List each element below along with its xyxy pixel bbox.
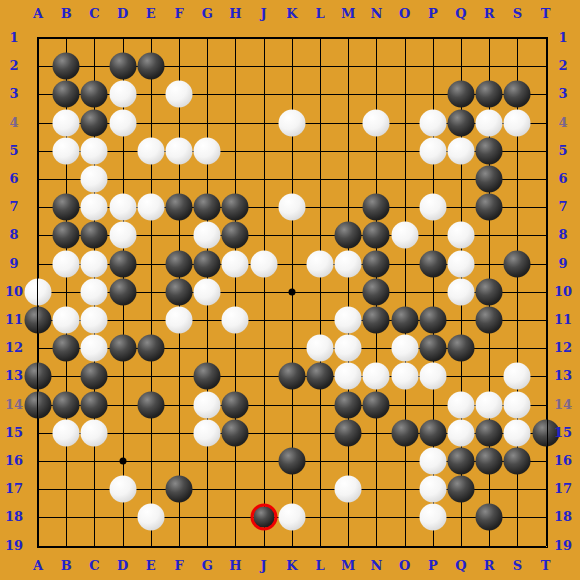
intersection-R7[interactable] xyxy=(475,193,503,221)
intersection-F15[interactable] xyxy=(165,419,193,447)
intersection-J14[interactable] xyxy=(249,390,277,418)
intersection-D9[interactable] xyxy=(108,249,136,277)
intersection-C11[interactable] xyxy=(80,306,108,334)
intersection-J9[interactable] xyxy=(249,249,277,277)
intersection-Q15[interactable] xyxy=(447,419,475,447)
intersection-D12[interactable] xyxy=(108,334,136,362)
intersection-B7[interactable] xyxy=(52,193,80,221)
intersection-P8[interactable] xyxy=(419,221,447,249)
intersection-N2[interactable] xyxy=(362,52,390,80)
intersection-P2[interactable] xyxy=(419,52,447,80)
intersection-S17[interactable] xyxy=(503,475,531,503)
intersection-R1[interactable] xyxy=(475,24,503,52)
intersection-D16[interactable] xyxy=(108,447,136,475)
intersection-D4[interactable] xyxy=(108,108,136,136)
intersection-B5[interactable] xyxy=(52,137,80,165)
intersection-B3[interactable] xyxy=(52,80,80,108)
intersection-E16[interactable] xyxy=(137,447,165,475)
intersection-A15[interactable] xyxy=(24,419,52,447)
intersection-R13[interactable] xyxy=(475,362,503,390)
intersection-S9[interactable] xyxy=(503,249,531,277)
intersection-G2[interactable] xyxy=(193,52,221,80)
intersection-J2[interactable] xyxy=(249,52,277,80)
intersection-O4[interactable] xyxy=(390,108,418,136)
intersection-O11[interactable] xyxy=(390,306,418,334)
intersection-M9[interactable] xyxy=(334,249,362,277)
intersection-A13[interactable] xyxy=(24,362,52,390)
intersection-F7[interactable] xyxy=(165,193,193,221)
intersection-Q3[interactable] xyxy=(447,80,475,108)
intersection-N9[interactable] xyxy=(362,249,390,277)
intersection-O1[interactable] xyxy=(390,24,418,52)
intersection-C19[interactable] xyxy=(80,531,108,559)
intersection-L6[interactable] xyxy=(306,165,334,193)
intersection-F10[interactable] xyxy=(165,278,193,306)
intersection-H2[interactable] xyxy=(221,52,249,80)
intersection-B9[interactable] xyxy=(52,249,80,277)
intersection-G18[interactable] xyxy=(193,503,221,531)
intersection-A16[interactable] xyxy=(24,447,52,475)
intersection-F12[interactable] xyxy=(165,334,193,362)
intersection-P16[interactable] xyxy=(419,447,447,475)
intersection-L11[interactable] xyxy=(306,306,334,334)
intersection-H10[interactable] xyxy=(221,278,249,306)
intersection-B13[interactable] xyxy=(52,362,80,390)
intersection-C9[interactable] xyxy=(80,249,108,277)
intersection-M11[interactable] xyxy=(334,306,362,334)
intersection-O3[interactable] xyxy=(390,80,418,108)
intersection-G7[interactable] xyxy=(193,193,221,221)
intersection-O19[interactable] xyxy=(390,531,418,559)
intersection-M14[interactable] xyxy=(334,390,362,418)
intersection-F16[interactable] xyxy=(165,447,193,475)
intersection-D11[interactable] xyxy=(108,306,136,334)
intersection-A3[interactable] xyxy=(24,80,52,108)
intersection-P17[interactable] xyxy=(419,475,447,503)
intersection-H11[interactable] xyxy=(221,306,249,334)
intersection-J7[interactable] xyxy=(249,193,277,221)
intersection-B17[interactable] xyxy=(52,475,80,503)
intersection-S5[interactable] xyxy=(503,137,531,165)
intersection-L5[interactable] xyxy=(306,137,334,165)
intersection-A14[interactable] xyxy=(24,390,52,418)
intersection-E12[interactable] xyxy=(137,334,165,362)
intersection-P13[interactable] xyxy=(419,362,447,390)
intersection-H14[interactable] xyxy=(221,390,249,418)
intersection-S4[interactable] xyxy=(503,108,531,136)
intersection-H15[interactable] xyxy=(221,419,249,447)
intersection-S1[interactable] xyxy=(503,24,531,52)
intersection-L9[interactable] xyxy=(306,249,334,277)
intersection-E10[interactable] xyxy=(137,278,165,306)
intersection-S12[interactable] xyxy=(503,334,531,362)
intersection-H16[interactable] xyxy=(221,447,249,475)
intersection-L14[interactable] xyxy=(306,390,334,418)
intersection-P14[interactable] xyxy=(419,390,447,418)
intersection-M3[interactable] xyxy=(334,80,362,108)
intersection-L15[interactable] xyxy=(306,419,334,447)
intersection-H3[interactable] xyxy=(221,80,249,108)
intersection-K2[interactable] xyxy=(278,52,306,80)
intersection-F5[interactable] xyxy=(165,137,193,165)
intersection-G9[interactable] xyxy=(193,249,221,277)
intersection-N7[interactable] xyxy=(362,193,390,221)
intersection-K6[interactable] xyxy=(278,165,306,193)
intersection-P5[interactable] xyxy=(419,137,447,165)
intersection-O16[interactable] xyxy=(390,447,418,475)
intersection-R9[interactable] xyxy=(475,249,503,277)
intersection-R15[interactable] xyxy=(475,419,503,447)
intersection-A10[interactable] xyxy=(24,278,52,306)
intersection-E9[interactable] xyxy=(137,249,165,277)
intersection-G13[interactable] xyxy=(193,362,221,390)
intersection-B15[interactable] xyxy=(52,419,80,447)
intersection-L12[interactable] xyxy=(306,334,334,362)
intersection-N6[interactable] xyxy=(362,165,390,193)
intersection-M4[interactable] xyxy=(334,108,362,136)
intersection-L13[interactable] xyxy=(306,362,334,390)
intersection-J17[interactable] xyxy=(249,475,277,503)
intersection-N12[interactable] xyxy=(362,334,390,362)
intersection-D7[interactable] xyxy=(108,193,136,221)
intersection-K19[interactable] xyxy=(278,531,306,559)
intersection-J12[interactable] xyxy=(249,334,277,362)
intersection-G17[interactable] xyxy=(193,475,221,503)
intersection-B16[interactable] xyxy=(52,447,80,475)
intersection-D17[interactable] xyxy=(108,475,136,503)
intersection-M15[interactable] xyxy=(334,419,362,447)
intersection-Q18[interactable] xyxy=(447,503,475,531)
intersection-C6[interactable] xyxy=(80,165,108,193)
intersection-M10[interactable] xyxy=(334,278,362,306)
intersection-A12[interactable] xyxy=(24,334,52,362)
intersection-K5[interactable] xyxy=(278,137,306,165)
intersection-D19[interactable] xyxy=(108,531,136,559)
intersection-R4[interactable] xyxy=(475,108,503,136)
intersection-K1[interactable] xyxy=(278,24,306,52)
intersection-K17[interactable] xyxy=(278,475,306,503)
intersection-O10[interactable] xyxy=(390,278,418,306)
intersection-F17[interactable] xyxy=(165,475,193,503)
intersection-C12[interactable] xyxy=(80,334,108,362)
intersection-D2[interactable] xyxy=(108,52,136,80)
intersection-G15[interactable] xyxy=(193,419,221,447)
intersection-M7[interactable] xyxy=(334,193,362,221)
intersection-A18[interactable] xyxy=(24,503,52,531)
intersection-L17[interactable] xyxy=(306,475,334,503)
intersection-L8[interactable] xyxy=(306,221,334,249)
intersection-R2[interactable] xyxy=(475,52,503,80)
intersection-K16[interactable] xyxy=(278,447,306,475)
intersection-G6[interactable] xyxy=(193,165,221,193)
intersection-F4[interactable] xyxy=(165,108,193,136)
intersection-J11[interactable] xyxy=(249,306,277,334)
intersection-E18[interactable] xyxy=(137,503,165,531)
intersection-H1[interactable] xyxy=(221,24,249,52)
intersection-G10[interactable] xyxy=(193,278,221,306)
intersection-N14[interactable] xyxy=(362,390,390,418)
intersection-E5[interactable] xyxy=(137,137,165,165)
intersection-R18[interactable] xyxy=(475,503,503,531)
intersection-G8[interactable] xyxy=(193,221,221,249)
intersection-A6[interactable] xyxy=(24,165,52,193)
intersection-R14[interactable] xyxy=(475,390,503,418)
intersection-A5[interactable] xyxy=(24,137,52,165)
intersection-J19[interactable] xyxy=(249,531,277,559)
intersection-M17[interactable] xyxy=(334,475,362,503)
intersection-C14[interactable] xyxy=(80,390,108,418)
intersection-D3[interactable] xyxy=(108,80,136,108)
intersection-E15[interactable] xyxy=(137,419,165,447)
intersection-P6[interactable] xyxy=(419,165,447,193)
intersection-M16[interactable] xyxy=(334,447,362,475)
intersection-P7[interactable] xyxy=(419,193,447,221)
intersection-P15[interactable] xyxy=(419,419,447,447)
intersection-F19[interactable] xyxy=(165,531,193,559)
intersection-F13[interactable] xyxy=(165,362,193,390)
intersection-R19[interactable] xyxy=(475,531,503,559)
intersection-M5[interactable] xyxy=(334,137,362,165)
intersection-H19[interactable] xyxy=(221,531,249,559)
intersection-M13[interactable] xyxy=(334,362,362,390)
intersection-S3[interactable] xyxy=(503,80,531,108)
intersection-Q5[interactable] xyxy=(447,137,475,165)
intersection-B8[interactable] xyxy=(52,221,80,249)
intersection-P11[interactable] xyxy=(419,306,447,334)
intersection-L7[interactable] xyxy=(306,193,334,221)
intersection-J15[interactable] xyxy=(249,419,277,447)
intersection-G1[interactable] xyxy=(193,24,221,52)
intersection-Q1[interactable] xyxy=(447,24,475,52)
intersection-L3[interactable] xyxy=(306,80,334,108)
intersection-L16[interactable] xyxy=(306,447,334,475)
intersection-Q19[interactable] xyxy=(447,531,475,559)
intersection-Q7[interactable] xyxy=(447,193,475,221)
intersection-H8[interactable] xyxy=(221,221,249,249)
intersection-K11[interactable] xyxy=(278,306,306,334)
intersection-F14[interactable] xyxy=(165,390,193,418)
intersection-K8[interactable] xyxy=(278,221,306,249)
intersection-A8[interactable] xyxy=(24,221,52,249)
intersection-F2[interactable] xyxy=(165,52,193,80)
intersection-Q17[interactable] xyxy=(447,475,475,503)
intersection-S18[interactable] xyxy=(503,503,531,531)
intersection-P18[interactable] xyxy=(419,503,447,531)
intersection-D8[interactable] xyxy=(108,221,136,249)
intersection-C16[interactable] xyxy=(80,447,108,475)
intersection-R8[interactable] xyxy=(475,221,503,249)
intersection-N13[interactable] xyxy=(362,362,390,390)
intersection-C3[interactable] xyxy=(80,80,108,108)
intersection-B14[interactable] xyxy=(52,390,80,418)
intersection-R11[interactable] xyxy=(475,306,503,334)
intersection-Q11[interactable] xyxy=(447,306,475,334)
intersection-K14[interactable] xyxy=(278,390,306,418)
intersection-S6[interactable] xyxy=(503,165,531,193)
intersection-C8[interactable] xyxy=(80,221,108,249)
intersection-B12[interactable] xyxy=(52,334,80,362)
intersection-H4[interactable] xyxy=(221,108,249,136)
intersection-O18[interactable] xyxy=(390,503,418,531)
intersection-A19[interactable] xyxy=(24,531,52,559)
intersection-K7[interactable] xyxy=(278,193,306,221)
intersection-C1[interactable] xyxy=(80,24,108,52)
intersection-Q12[interactable] xyxy=(447,334,475,362)
intersection-Q14[interactable] xyxy=(447,390,475,418)
intersection-K18[interactable] xyxy=(278,503,306,531)
intersection-A4[interactable] xyxy=(24,108,52,136)
intersection-C5[interactable] xyxy=(80,137,108,165)
intersection-H6[interactable] xyxy=(221,165,249,193)
intersection-D1[interactable] xyxy=(108,24,136,52)
intersection-C15[interactable] xyxy=(80,419,108,447)
intersection-M12[interactable] xyxy=(334,334,362,362)
intersection-L19[interactable] xyxy=(306,531,334,559)
intersection-H17[interactable] xyxy=(221,475,249,503)
intersection-Q8[interactable] xyxy=(447,221,475,249)
intersection-B6[interactable] xyxy=(52,165,80,193)
intersection-E8[interactable] xyxy=(137,221,165,249)
intersection-O14[interactable] xyxy=(390,390,418,418)
intersection-P19[interactable] xyxy=(419,531,447,559)
intersection-M8[interactable] xyxy=(334,221,362,249)
intersection-C17[interactable] xyxy=(80,475,108,503)
intersection-P12[interactable] xyxy=(419,334,447,362)
intersection-M1[interactable] xyxy=(334,24,362,52)
intersection-O5[interactable] xyxy=(390,137,418,165)
intersection-E6[interactable] xyxy=(137,165,165,193)
intersection-Q16[interactable] xyxy=(447,447,475,475)
intersection-O13[interactable] xyxy=(390,362,418,390)
intersection-F6[interactable] xyxy=(165,165,193,193)
intersection-H12[interactable] xyxy=(221,334,249,362)
intersection-S10[interactable] xyxy=(503,278,531,306)
intersection-D13[interactable] xyxy=(108,362,136,390)
intersection-E14[interactable] xyxy=(137,390,165,418)
intersection-H5[interactable] xyxy=(221,137,249,165)
intersection-R3[interactable] xyxy=(475,80,503,108)
intersection-B2[interactable] xyxy=(52,52,80,80)
intersection-F9[interactable] xyxy=(165,249,193,277)
intersection-G14[interactable] xyxy=(193,390,221,418)
intersection-F3[interactable] xyxy=(165,80,193,108)
intersection-J18[interactable] xyxy=(249,503,277,531)
intersection-N11[interactable] xyxy=(362,306,390,334)
intersection-N17[interactable] xyxy=(362,475,390,503)
intersection-Q9[interactable] xyxy=(447,249,475,277)
intersection-B19[interactable] xyxy=(52,531,80,559)
intersection-J4[interactable] xyxy=(249,108,277,136)
intersection-B11[interactable] xyxy=(52,306,80,334)
intersection-O7[interactable] xyxy=(390,193,418,221)
intersection-O6[interactable] xyxy=(390,165,418,193)
intersection-N5[interactable] xyxy=(362,137,390,165)
intersection-G5[interactable] xyxy=(193,137,221,165)
intersection-A9[interactable] xyxy=(24,249,52,277)
intersection-H13[interactable] xyxy=(221,362,249,390)
intersection-H9[interactable] xyxy=(221,249,249,277)
intersection-L4[interactable] xyxy=(306,108,334,136)
intersection-F8[interactable] xyxy=(165,221,193,249)
intersection-C18[interactable] xyxy=(80,503,108,531)
intersection-G16[interactable] xyxy=(193,447,221,475)
intersection-Q13[interactable] xyxy=(447,362,475,390)
intersection-N10[interactable] xyxy=(362,278,390,306)
intersection-S7[interactable] xyxy=(503,193,531,221)
intersection-D14[interactable] xyxy=(108,390,136,418)
intersection-B18[interactable] xyxy=(52,503,80,531)
intersection-R10[interactable] xyxy=(475,278,503,306)
intersection-N3[interactable] xyxy=(362,80,390,108)
intersection-D5[interactable] xyxy=(108,137,136,165)
intersection-A7[interactable] xyxy=(24,193,52,221)
intersection-A11[interactable] xyxy=(24,306,52,334)
intersection-Q10[interactable] xyxy=(447,278,475,306)
intersection-G4[interactable] xyxy=(193,108,221,136)
intersection-E7[interactable] xyxy=(137,193,165,221)
intersection-E11[interactable] xyxy=(137,306,165,334)
intersection-E19[interactable] xyxy=(137,531,165,559)
intersection-N15[interactable] xyxy=(362,419,390,447)
intersection-J6[interactable] xyxy=(249,165,277,193)
intersection-B1[interactable] xyxy=(52,24,80,52)
intersection-Q4[interactable] xyxy=(447,108,475,136)
intersection-O8[interactable] xyxy=(390,221,418,249)
intersection-R12[interactable] xyxy=(475,334,503,362)
intersection-S8[interactable] xyxy=(503,221,531,249)
intersection-C13[interactable] xyxy=(80,362,108,390)
intersection-J10[interactable] xyxy=(249,278,277,306)
intersection-O9[interactable] xyxy=(390,249,418,277)
intersection-K9[interactable] xyxy=(278,249,306,277)
intersection-P3[interactable] xyxy=(419,80,447,108)
intersection-F1[interactable] xyxy=(165,24,193,52)
intersection-S13[interactable] xyxy=(503,362,531,390)
intersection-P1[interactable] xyxy=(419,24,447,52)
intersection-R6[interactable] xyxy=(475,165,503,193)
intersection-O12[interactable] xyxy=(390,334,418,362)
intersection-J3[interactable] xyxy=(249,80,277,108)
intersection-P10[interactable] xyxy=(419,278,447,306)
intersection-D15[interactable] xyxy=(108,419,136,447)
intersection-G12[interactable] xyxy=(193,334,221,362)
intersection-K3[interactable] xyxy=(278,80,306,108)
intersection-J1[interactable] xyxy=(249,24,277,52)
intersection-N4[interactable] xyxy=(362,108,390,136)
intersection-A2[interactable] xyxy=(24,52,52,80)
intersection-O17[interactable] xyxy=(390,475,418,503)
intersection-S11[interactable] xyxy=(503,306,531,334)
intersection-M2[interactable] xyxy=(334,52,362,80)
intersection-N16[interactable] xyxy=(362,447,390,475)
intersection-M19[interactable] xyxy=(334,531,362,559)
intersection-K10[interactable] xyxy=(278,278,306,306)
intersection-H7[interactable] xyxy=(221,193,249,221)
intersection-A17[interactable] xyxy=(24,475,52,503)
intersection-S16[interactable] xyxy=(503,447,531,475)
intersection-D6[interactable] xyxy=(108,165,136,193)
intersection-D10[interactable] xyxy=(108,278,136,306)
intersection-A1[interactable] xyxy=(24,24,52,52)
intersection-R5[interactable] xyxy=(475,137,503,165)
intersection-K12[interactable] xyxy=(278,334,306,362)
intersection-J16[interactable] xyxy=(249,447,277,475)
intersection-K4[interactable] xyxy=(278,108,306,136)
intersection-P9[interactable] xyxy=(419,249,447,277)
intersection-K15[interactable] xyxy=(278,419,306,447)
intersection-M6[interactable] xyxy=(334,165,362,193)
intersection-C2[interactable] xyxy=(80,52,108,80)
